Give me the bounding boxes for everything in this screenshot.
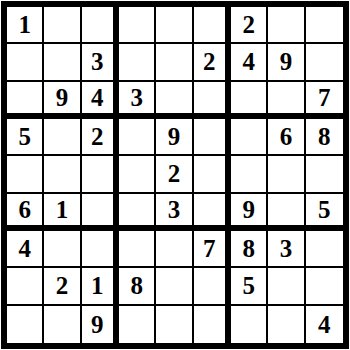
sudoku-cell-r6c5[interactable]: 3 [156,194,193,231]
sudoku-cell-r1c6[interactable] [194,7,231,44]
sudoku-cell-r7c3[interactable] [82,231,119,268]
sudoku-cell-r9c8[interactable] [268,306,305,343]
sudoku-cell-r1c9[interactable] [306,7,343,44]
sudoku-cell-r7c8[interactable]: 3 [268,231,305,268]
sudoku-cell-r8c8[interactable] [268,268,305,305]
sudoku-cell-r5c3[interactable] [82,156,119,193]
sudoku-cell-r5c4[interactable] [119,156,156,193]
sudoku-cell-r1c8[interactable] [268,7,305,44]
sudoku-cell-r1c3[interactable] [82,7,119,44]
sudoku-cell-r6c6[interactable] [194,194,231,231]
sudoku-cell-r1c2[interactable] [44,7,81,44]
sudoku-cell-r6c2[interactable]: 1 [44,194,81,231]
sudoku-cell-r8c9[interactable] [306,268,343,305]
sudoku-cell-r4c8[interactable]: 6 [268,119,305,156]
sudoku-cell-r2c3[interactable]: 3 [82,44,119,81]
sudoku-cell-r6c4[interactable] [119,194,156,231]
sudoku-cell-r2c8[interactable]: 9 [268,44,305,81]
sudoku-cell-r7c5[interactable] [156,231,193,268]
sudoku-cell-r4c4[interactable] [119,119,156,156]
sudoku-cell-r4c6[interactable] [194,119,231,156]
sudoku-cell-r4c1[interactable]: 5 [7,119,44,156]
sudoku-cell-r7c4[interactable] [119,231,156,268]
sudoku-cell-r6c7[interactable]: 9 [231,194,268,231]
sudoku-cell-r9c4[interactable] [119,306,156,343]
sudoku-cell-r5c5[interactable]: 2 [156,156,193,193]
sudoku-cell-r9c7[interactable] [231,306,268,343]
sudoku-cell-r4c7[interactable] [231,119,268,156]
sudoku-cell-r7c6[interactable]: 7 [194,231,231,268]
sudoku-cell-r5c1[interactable] [7,156,44,193]
sudoku-cell-r9c2[interactable] [44,306,81,343]
sudoku-cell-r7c9[interactable] [306,231,343,268]
sudoku-cell-r8c6[interactable] [194,268,231,305]
sudoku-cell-r4c9[interactable]: 8 [306,119,343,156]
sudoku-cell-r2c4[interactable] [119,44,156,81]
sudoku-cell-r8c4[interactable]: 8 [119,268,156,305]
sudoku-cell-r2c1[interactable] [7,44,44,81]
sudoku-board: 1232499437529682613954783218594 [1,1,349,349]
sudoku-cell-r3c5[interactable] [156,82,193,119]
sudoku-cell-r5c9[interactable] [306,156,343,193]
sudoku-cell-r3c2[interactable]: 9 [44,82,81,119]
sudoku-cell-r3c8[interactable] [268,82,305,119]
sudoku-cell-r7c2[interactable] [44,231,81,268]
sudoku-cell-r8c7[interactable]: 5 [231,268,268,305]
sudoku-cell-r7c1[interactable]: 4 [7,231,44,268]
sudoku-cell-r8c3[interactable]: 1 [82,268,119,305]
sudoku-cell-r6c9[interactable]: 5 [306,194,343,231]
sudoku-cell-r1c1[interactable]: 1 [7,7,44,44]
sudoku-cell-r4c5[interactable]: 9 [156,119,193,156]
page-background: 1232499437529682613954783218594 [0,0,350,350]
sudoku-cell-r1c4[interactable] [119,7,156,44]
sudoku-cell-r5c7[interactable] [231,156,268,193]
sudoku-cell-r9c3[interactable]: 9 [82,306,119,343]
sudoku-cell-r9c5[interactable] [156,306,193,343]
sudoku-cell-r9c9[interactable]: 4 [306,306,343,343]
sudoku-cell-r6c1[interactable]: 6 [7,194,44,231]
sudoku-cell-r4c2[interactable] [44,119,81,156]
sudoku-cell-r8c5[interactable] [156,268,193,305]
sudoku-cell-r8c2[interactable]: 2 [44,268,81,305]
sudoku-cell-r4c3[interactable]: 2 [82,119,119,156]
sudoku-cell-r1c5[interactable] [156,7,193,44]
sudoku-cell-r2c6[interactable]: 2 [194,44,231,81]
sudoku-cell-r7c7[interactable]: 8 [231,231,268,268]
sudoku-cell-r3c9[interactable]: 7 [306,82,343,119]
sudoku-cell-r9c1[interactable] [7,306,44,343]
sudoku-cell-r2c5[interactable] [156,44,193,81]
sudoku-cell-r6c3[interactable] [82,194,119,231]
sudoku-cell-r3c6[interactable] [194,82,231,119]
sudoku-cell-r2c2[interactable] [44,44,81,81]
sudoku-cell-r6c8[interactable] [268,194,305,231]
sudoku-cell-r3c3[interactable]: 4 [82,82,119,119]
sudoku-cell-r3c7[interactable] [231,82,268,119]
sudoku-cell-r5c8[interactable] [268,156,305,193]
sudoku-cell-r2c7[interactable]: 4 [231,44,268,81]
sudoku-cell-r5c2[interactable] [44,156,81,193]
sudoku-cell-r9c6[interactable] [194,306,231,343]
sudoku-cell-r3c4[interactable]: 3 [119,82,156,119]
sudoku-cell-r1c7[interactable]: 2 [231,7,268,44]
sudoku-cell-r8c1[interactable] [7,268,44,305]
sudoku-cell-r3c1[interactable] [7,82,44,119]
sudoku-cell-r2c9[interactable] [306,44,343,81]
sudoku-cell-r5c6[interactable] [194,156,231,193]
